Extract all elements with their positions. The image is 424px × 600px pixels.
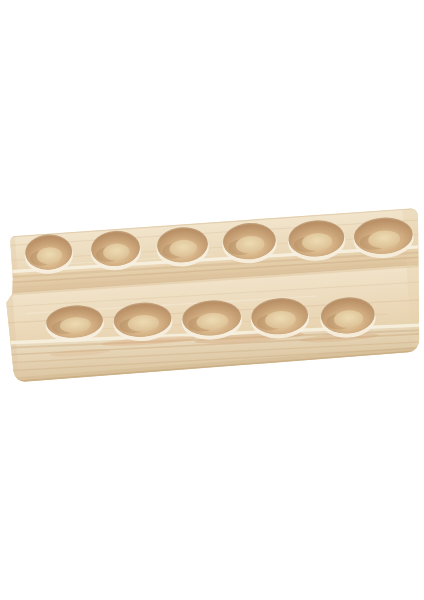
board-svg bbox=[0, 0, 424, 600]
wooden-board-block bbox=[2, 208, 424, 384]
product-photo-canvas bbox=[0, 0, 424, 600]
mancala-board-photo bbox=[0, 0, 424, 600]
